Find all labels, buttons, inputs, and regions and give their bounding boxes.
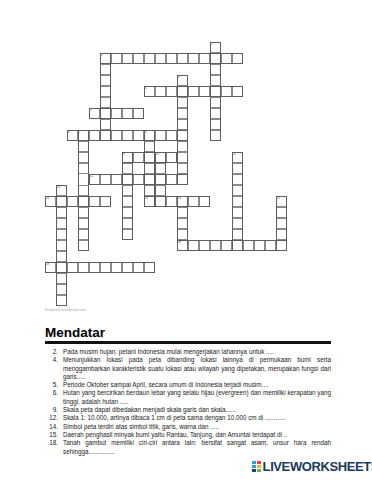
crossword-grid: 12345678910111213141516171819	[45, 42, 287, 306]
grid-cell[interactable]	[188, 240, 199, 251]
clue-item: 5.Periode Oktober sampai April, secara u…	[45, 381, 331, 389]
clue-text: Hutan yang bercirikan berdaun lebar yang…	[63, 389, 331, 406]
grid-cell[interactable]	[210, 53, 221, 64]
grid-cell[interactable]	[144, 262, 155, 273]
clue-number: 14.	[45, 423, 58, 431]
clue-text: Skala peta dapat dibedakan menjadi skala…	[63, 406, 331, 414]
grid-cell[interactable]	[56, 284, 67, 295]
grid-cell[interactable]	[232, 152, 243, 163]
grid-cell[interactable]	[56, 185, 67, 196]
grid-cell[interactable]	[144, 53, 155, 64]
grid-cell[interactable]	[89, 130, 100, 141]
grid-cell[interactable]	[78, 152, 89, 163]
grid-cell[interactable]	[155, 53, 166, 64]
clue-item: 2.Pada musim hujan, petani Indonesia mul…	[45, 348, 331, 356]
liveworksheets-squares-icon	[252, 461, 261, 472]
grid-cell[interactable]	[155, 86, 166, 97]
logo-square	[252, 461, 256, 464]
grid-cell[interactable]	[177, 86, 188, 97]
grid-cell[interactable]	[122, 108, 133, 119]
grid-cell[interactable]	[144, 130, 155, 141]
grid-cell[interactable]	[56, 218, 67, 229]
grid-cell[interactable]	[144, 174, 155, 185]
grid-cell[interactable]	[78, 207, 89, 218]
grid-cell[interactable]	[144, 86, 155, 97]
grid-cell[interactable]	[89, 174, 100, 185]
grid-cell[interactable]	[177, 240, 188, 251]
grid-cell[interactable]	[133, 262, 144, 273]
logo-square	[257, 461, 261, 464]
grid-cell[interactable]	[56, 229, 67, 240]
grid-cell[interactable]	[89, 196, 100, 207]
grid-cell[interactable]	[100, 196, 111, 207]
grid-cell[interactable]	[144, 152, 155, 163]
clue-number: 6.	[45, 389, 58, 406]
grid-cell[interactable]	[67, 262, 78, 273]
grid-cell[interactable]	[56, 273, 67, 284]
clue-item: 15.Daerah penghasil minyak bumi yaitu Ra…	[45, 431, 331, 439]
grid-cell[interactable]	[56, 262, 67, 273]
clue-item: 12.Skala 1: 10.000, artinya dibaca 1 cm …	[45, 414, 331, 422]
grid-cell[interactable]	[122, 174, 133, 185]
grid-cell[interactable]	[276, 207, 287, 218]
grid-cell[interactable]	[155, 130, 166, 141]
grid-cell[interactable]	[122, 218, 133, 229]
grid-cell[interactable]	[199, 240, 210, 251]
grid-cell[interactable]	[122, 185, 133, 196]
across-section-title: Mendatar	[45, 325, 105, 340]
grid-cell[interactable]	[177, 141, 188, 152]
grid-cell[interactable]	[89, 262, 100, 273]
clue-number: 12.	[45, 414, 58, 422]
grid-cell[interactable]	[100, 262, 111, 273]
grid-cell[interactable]	[56, 240, 67, 251]
grid-cell[interactable]	[78, 218, 89, 229]
grid-cell[interactable]	[144, 163, 155, 174]
grid-cell[interactable]	[144, 185, 155, 196]
grid-cell[interactable]	[221, 86, 232, 97]
grid-cell[interactable]	[111, 262, 122, 273]
grid-cell[interactable]	[166, 174, 177, 185]
clue-text: Menunjukkan lokasi pada peta dibanding l…	[63, 356, 331, 381]
grid-cell[interactable]	[56, 251, 67, 262]
grid-cell[interactable]	[166, 152, 177, 163]
grid-cell[interactable]	[155, 163, 166, 174]
grid-cell[interactable]	[122, 152, 133, 163]
grid-cell[interactable]	[155, 196, 166, 207]
grid-cell[interactable]	[78, 229, 89, 240]
grid-cell[interactable]	[210, 119, 221, 130]
grid-cell[interactable]	[177, 97, 188, 108]
grid-cell[interactable]	[177, 207, 188, 218]
clue-item: 6.Hutan yang bercirikan berdaun lebar ya…	[45, 389, 331, 406]
clue-item: 4.Menunjukkan lokasi pada peta dibanding…	[45, 356, 331, 381]
grid-cell[interactable]	[210, 130, 221, 141]
grid-cell[interactable]	[133, 152, 144, 163]
grid-cell[interactable]	[188, 196, 199, 207]
grid-cell[interactable]	[232, 240, 243, 251]
logo-square	[257, 465, 261, 468]
grid-cell[interactable]	[133, 53, 144, 64]
grid-cell[interactable]	[67, 130, 78, 141]
grid-cell[interactable]	[166, 53, 177, 64]
grid-cell[interactable]	[122, 229, 133, 240]
grid-cell[interactable]	[100, 174, 111, 185]
logo-square	[252, 465, 256, 468]
clue-number: 5.	[45, 381, 58, 389]
grid-cell[interactable]	[111, 53, 122, 64]
clue-text: Tanah gambut memiliki ciri-ciri antara l…	[63, 439, 331, 456]
grid-cell[interactable]	[232, 218, 243, 229]
grid-cell[interactable]	[232, 207, 243, 218]
grid-cell[interactable]	[232, 86, 243, 97]
grid-cell[interactable]	[276, 196, 287, 207]
grid-cell[interactable]	[111, 108, 122, 119]
grid-cell[interactable]	[210, 108, 221, 119]
clue-item: 9.Skala peta dapat dibedakan menjadi ska…	[45, 406, 331, 414]
worksheet-page: 12345678910111213141516171819 EclipseCro…	[0, 0, 372, 480]
grid-cell[interactable]	[199, 196, 210, 207]
grid-cell[interactable]	[232, 196, 243, 207]
grid-cell[interactable]	[210, 86, 221, 97]
grid-cell[interactable]	[122, 53, 133, 64]
grid-cell[interactable]	[276, 240, 287, 251]
across-clue-list: 2.Pada musim hujan, petani Indonesia mul…	[45, 348, 331, 456]
grid-cell[interactable]	[100, 86, 111, 97]
grid-cell[interactable]	[177, 218, 188, 229]
grid-cell[interactable]	[78, 196, 89, 207]
grid-cell[interactable]	[232, 163, 243, 174]
clue-number: 4.	[45, 356, 58, 381]
grid-cell[interactable]	[265, 240, 276, 251]
clue-item: 18.Tanah gambut memiliki ciri-ciri antar…	[45, 439, 331, 456]
grid-cell[interactable]	[89, 108, 100, 119]
grid-cell[interactable]	[133, 174, 144, 185]
grid-cell[interactable]	[188, 86, 199, 97]
grid-cell[interactable]	[177, 119, 188, 130]
grid-cell[interactable]	[100, 119, 111, 130]
grid-cell[interactable]	[133, 130, 144, 141]
grid-cell[interactable]	[254, 240, 265, 251]
grid-cell[interactable]	[111, 130, 122, 141]
grid-cell[interactable]	[56, 207, 67, 218]
grid-cell[interactable]	[122, 163, 133, 174]
grid-cell[interactable]	[210, 64, 221, 75]
grid-cell[interactable]	[210, 97, 221, 108]
grid-cell[interactable]	[276, 229, 287, 240]
grid-cell[interactable]	[78, 185, 89, 196]
grid-cell[interactable]	[221, 240, 232, 251]
grid-cell[interactable]	[100, 75, 111, 86]
grid-cell[interactable]	[210, 42, 221, 53]
clue-number: 18.	[45, 439, 58, 456]
grid-cell[interactable]	[111, 174, 122, 185]
logo-square	[252, 469, 256, 472]
grid-cell[interactable]	[177, 75, 188, 86]
grid-cell[interactable]	[100, 64, 111, 75]
grid-cell[interactable]	[166, 86, 177, 97]
title-underline	[45, 341, 331, 344]
grid-cell[interactable]	[232, 53, 243, 64]
clue-number: 9.	[45, 406, 58, 414]
grid-cell[interactable]	[243, 240, 254, 251]
grid-cell[interactable]	[67, 196, 78, 207]
grid-cell[interactable]	[177, 229, 188, 240]
grid-cell[interactable]	[133, 108, 144, 119]
grid-cell[interactable]	[166, 130, 177, 141]
grid-cell[interactable]	[122, 262, 133, 273]
grid-cell[interactable]	[122, 207, 133, 218]
grid-cell[interactable]	[210, 75, 221, 86]
grid-cell[interactable]	[78, 141, 89, 152]
grid-cell[interactable]	[177, 152, 188, 163]
grid-cell[interactable]	[144, 141, 155, 152]
grid-cell[interactable]	[45, 196, 56, 207]
grid-cell[interactable]	[144, 196, 155, 207]
grid-cell[interactable]	[155, 152, 166, 163]
clue-item: 14.Simbol peta terdiri atas simbol titik…	[45, 423, 331, 431]
grid-cell[interactable]	[177, 196, 188, 207]
grid-cell[interactable]	[122, 130, 133, 141]
clue-number: 15.	[45, 431, 58, 439]
clue-text: Simbol peta terdiri atas simbol titik, g…	[63, 423, 331, 431]
logo-square	[257, 469, 261, 472]
clue-text: Pada musim hujan, petani Indonesia mulai…	[63, 348, 331, 356]
grid-cell[interactable]	[78, 262, 89, 273]
grid-cell[interactable]	[155, 185, 166, 196]
grid-cell[interactable]	[177, 108, 188, 119]
grid-cell[interactable]	[166, 196, 177, 207]
grid-cell[interactable]	[177, 174, 188, 185]
grid-cell[interactable]	[78, 130, 89, 141]
clue-text: Daerah penghasil minyak bumi yaitu Ranta…	[63, 431, 331, 439]
grid-cell[interactable]	[45, 262, 56, 273]
grid-cell[interactable]	[177, 130, 188, 141]
liveworksheets-logo[interactable]: LIVEWORKSHEETS	[252, 459, 372, 474]
grid-cell[interactable]	[199, 53, 210, 64]
grid-cell[interactable]	[78, 240, 89, 251]
grid-cell[interactable]	[221, 53, 232, 64]
grid-cell[interactable]	[56, 196, 67, 207]
grid-cell[interactable]	[78, 163, 89, 174]
grid-cell[interactable]	[276, 218, 287, 229]
grid-cell[interactable]	[177, 163, 188, 174]
crossword-credit: EclipseCrossword.com	[45, 307, 86, 312]
grid-cell[interactable]	[232, 185, 243, 196]
clue-text: Periode Oktober sampai April, secara umu…	[63, 381, 331, 389]
grid-cell[interactable]	[122, 196, 133, 207]
grid-cell[interactable]	[100, 108, 111, 119]
grid-cell[interactable]	[56, 295, 67, 306]
clue-number: 2.	[45, 348, 58, 356]
grid-cell[interactable]	[155, 174, 166, 185]
clue-text: Skala 1: 10.000, artinya dibaca 1 cm di …	[63, 414, 331, 422]
grid-cell[interactable]	[199, 86, 210, 97]
grid-cell[interactable]	[210, 240, 221, 251]
grid-cell[interactable]	[232, 174, 243, 185]
liveworksheets-wordmark: LIVEWORKSHEETS	[263, 459, 372, 474]
grid-cell[interactable]	[100, 53, 111, 64]
grid-cell[interactable]	[188, 53, 199, 64]
grid-cell[interactable]	[100, 130, 111, 141]
grid-cell[interactable]	[100, 97, 111, 108]
grid-cell[interactable]	[232, 229, 243, 240]
grid-cell[interactable]	[177, 53, 188, 64]
